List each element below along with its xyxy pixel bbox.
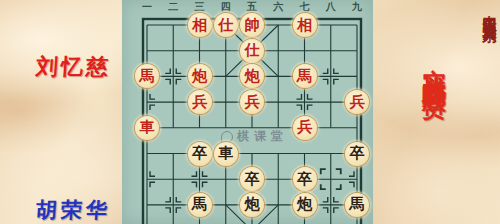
piece-red-相[interactable]: 相 [188, 13, 212, 37]
last-move-marker [321, 184, 326, 189]
piece-red-相[interactable]: 相 [293, 13, 317, 37]
xiangqi-board[interactable]: 一二三四五六七八九 相仕帥相仕馬炮炮馬兵兵兵車兵卒車卒卒卒馬炮炮馬 [122, 0, 373, 224]
last-move-marker [321, 169, 326, 174]
piece-red-兵[interactable]: 兵 [345, 90, 369, 114]
piece-black-車[interactable]: 車 [214, 142, 238, 166]
last-move-marker [336, 184, 341, 189]
column-label-8: 八 [324, 0, 338, 13]
player-name-bottom: 胡荣华 [35, 196, 123, 224]
piece-black-卒[interactable]: 卒 [293, 167, 317, 191]
piece-black-馬[interactable]: 馬 [345, 193, 369, 217]
piece-red-仕[interactable]: 仕 [240, 39, 264, 63]
piece-red-炮[interactable]: 炮 [188, 64, 212, 88]
column-label-3: 三 [193, 0, 207, 13]
piece-black-卒[interactable]: 卒 [188, 142, 212, 166]
column-label-1: 一 [140, 0, 154, 13]
column-label-7: 七 [298, 0, 312, 13]
xiangqi-logo-icon [221, 131, 233, 143]
piece-black-卒[interactable]: 卒 [345, 142, 369, 166]
piece-black-卒[interactable]: 卒 [240, 167, 264, 191]
column-label-2: 二 [166, 0, 180, 13]
last-move-marker [336, 169, 341, 174]
watermark-text: 棋课堂 [237, 128, 288, 145]
piece-red-仕[interactable]: 仕 [214, 13, 238, 37]
series-title-vertical: 中国象棋宝典系列 [481, 4, 499, 144]
piece-red-帥[interactable]: 帥 [240, 13, 264, 37]
column-label-5: 五 [245, 0, 259, 13]
piece-red-兵[interactable]: 兵 [293, 116, 317, 140]
piece-red-馬[interactable]: 馬 [293, 64, 317, 88]
column-label-9: 九 [350, 0, 364, 13]
column-label-4: 四 [219, 0, 233, 13]
column-label-6: 六 [271, 0, 285, 13]
piece-red-車[interactable]: 車 [135, 116, 159, 140]
piece-red-兵[interactable]: 兵 [188, 90, 212, 114]
piece-black-炮[interactable]: 炮 [240, 193, 264, 217]
piece-black-馬[interactable]: 馬 [188, 193, 212, 217]
subtitle-vertical: 实战对局欣赏 [418, 50, 450, 224]
piece-red-兵[interactable]: 兵 [240, 90, 264, 114]
piece-black-炮[interactable]: 炮 [293, 193, 317, 217]
player-name-top: 刘忆慈 [35, 52, 123, 82]
